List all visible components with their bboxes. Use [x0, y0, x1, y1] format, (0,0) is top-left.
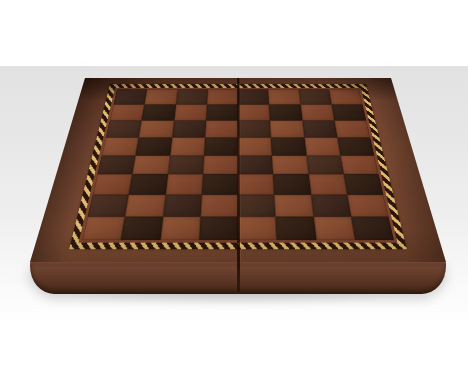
square-c7 [174, 104, 207, 120]
square-f6 [270, 120, 304, 137]
square-g1 [313, 217, 355, 240]
square-g8 [299, 89, 332, 104]
square-d1 [199, 217, 238, 240]
square-g2 [311, 195, 351, 217]
square-f1 [276, 217, 316, 240]
square-f8 [268, 89, 300, 104]
square-c1 [160, 217, 200, 240]
square-b1 [121, 217, 163, 240]
square-d4 [203, 155, 238, 174]
square-b2 [125, 195, 165, 217]
square-b3 [129, 174, 168, 194]
square-g7 [300, 104, 334, 120]
square-h2 [347, 195, 388, 217]
square-h8 [329, 89, 363, 104]
square-a6 [106, 120, 142, 137]
square-b8 [145, 89, 178, 104]
fold-hinge-gap [237, 78, 240, 262]
square-e6 [238, 120, 271, 137]
square-d3 [202, 174, 238, 194]
square-c4 [168, 155, 204, 174]
square-h3 [344, 174, 384, 194]
square-a7 [110, 104, 145, 120]
square-h1 [351, 217, 394, 240]
square-g4 [306, 155, 343, 174]
square-a5 [102, 137, 139, 155]
square-f2 [274, 195, 313, 217]
square-a3 [93, 174, 133, 194]
fold-hinge-gap-edge [237, 261, 240, 292]
square-h6 [334, 120, 370, 137]
square-b7 [142, 104, 176, 120]
square-e8 [238, 89, 269, 104]
square-b4 [132, 155, 169, 174]
square-d2 [200, 195, 238, 217]
square-c3 [165, 174, 203, 194]
square-a8 [113, 89, 147, 104]
square-g5 [304, 137, 340, 155]
square-d5 [204, 137, 238, 155]
square-a1 [82, 217, 125, 240]
square-f3 [273, 174, 311, 194]
square-f7 [269, 104, 302, 120]
square-b5 [136, 137, 172, 155]
square-h7 [331, 104, 366, 120]
square-e2 [238, 195, 276, 217]
square-f4 [272, 155, 308, 174]
square-g6 [302, 120, 337, 137]
square-a4 [97, 155, 136, 174]
square-e4 [238, 155, 273, 174]
square-d7 [206, 104, 238, 120]
square-c6 [172, 120, 206, 137]
square-e3 [238, 174, 274, 194]
square-e7 [238, 104, 270, 120]
chessboard [30, 78, 446, 262]
square-d6 [205, 120, 238, 137]
square-c5 [170, 137, 205, 155]
square-a2 [87, 195, 128, 217]
square-h5 [337, 137, 374, 155]
square-h4 [340, 155, 379, 174]
square-b6 [139, 120, 174, 137]
square-f5 [271, 137, 306, 155]
square-e5 [238, 137, 272, 155]
square-g3 [308, 174, 347, 194]
square-e1 [238, 217, 277, 240]
board-front-edge [30, 261, 446, 294]
square-c8 [176, 89, 208, 104]
square-c2 [163, 195, 202, 217]
square-d8 [207, 89, 238, 104]
